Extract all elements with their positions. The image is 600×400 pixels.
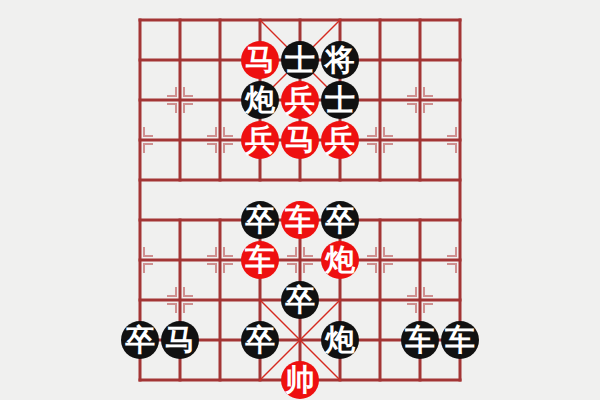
piece-black-soldier[interactable]: 卒 (241, 201, 279, 239)
piece-black-soldier[interactable]: 卒 (241, 321, 279, 359)
piece-black-soldier[interactable]: 卒 (121, 321, 159, 359)
app-background: 马士将炮兵士兵马兵卒车卒车炮卒卒马卒炮车车帅 (0, 0, 600, 400)
piece-black-advisor[interactable]: 士 (281, 41, 319, 79)
piece-red-chariot[interactable]: 车 (241, 241, 279, 279)
piece-black-soldier[interactable]: 卒 (281, 281, 319, 319)
piece-black-advisor[interactable]: 士 (321, 81, 359, 119)
piece-red-horse[interactable]: 马 (241, 41, 279, 79)
piece-red-horse[interactable]: 马 (281, 121, 319, 159)
piece-red-general[interactable]: 帅 (281, 361, 319, 399)
piece-red-soldier[interactable]: 兵 (241, 121, 279, 159)
piece-black-horse[interactable]: 马 (161, 321, 199, 359)
piece-red-soldier[interactable]: 兵 (281, 81, 319, 119)
piece-red-cannon[interactable]: 炮 (321, 241, 359, 279)
piece-black-chariot[interactable]: 车 (441, 321, 479, 359)
xiangqi-board[interactable]: 马士将炮兵士兵马兵卒车卒车炮卒卒马卒炮车车帅 (0, 0, 600, 400)
piece-black-soldier[interactable]: 卒 (321, 201, 359, 239)
piece-black-cannon[interactable]: 炮 (241, 81, 279, 119)
piece-black-general[interactable]: 将 (321, 41, 359, 79)
piece-red-soldier[interactable]: 兵 (321, 121, 359, 159)
piece-red-chariot[interactable]: 车 (281, 201, 319, 239)
piece-black-cannon[interactable]: 炮 (321, 321, 359, 359)
piece-black-chariot[interactable]: 车 (401, 321, 439, 359)
